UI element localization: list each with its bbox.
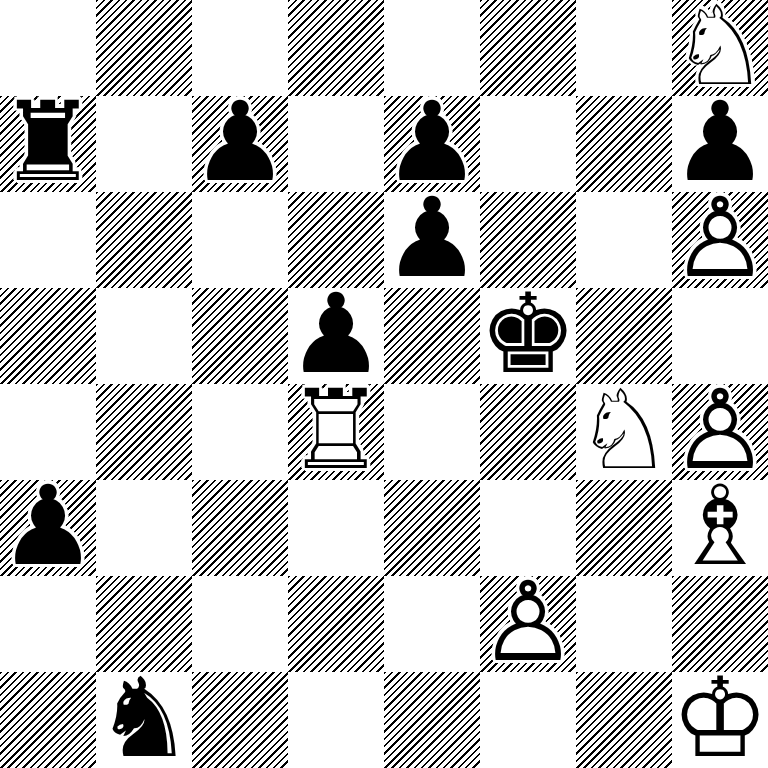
square-f5[interactable]: ♚♚: [480, 288, 576, 384]
piece-black-rook[interactable]: ♜♜: [0, 96, 96, 192]
piece-black-pawn[interactable]: ♟♟: [0, 480, 96, 576]
square-c3[interactable]: [192, 480, 288, 576]
square-d3[interactable]: [288, 480, 384, 576]
square-e4[interactable]: [384, 384, 480, 480]
square-c5[interactable]: [192, 288, 288, 384]
square-b1[interactable]: ♞♞: [96, 672, 192, 768]
square-e3[interactable]: [384, 480, 480, 576]
piece-black-king[interactable]: ♚♚: [480, 288, 576, 384]
square-h1[interactable]: ♚♔: [672, 672, 768, 768]
black-king-icon: ♚: [479, 279, 578, 389]
square-c7[interactable]: ♟♟: [192, 96, 288, 192]
square-g8[interactable]: [576, 0, 672, 96]
square-d8[interactable]: [288, 0, 384, 96]
black-rook-icon: ♜: [0, 87, 97, 197]
piece-white-pawn[interactable]: ♟♙: [672, 192, 768, 288]
square-a1[interactable]: [0, 672, 96, 768]
square-e1[interactable]: [384, 672, 480, 768]
piece-white-pawn[interactable]: ♟♙: [480, 576, 576, 672]
square-d1[interactable]: [288, 672, 384, 768]
square-e6[interactable]: ♟♟: [384, 192, 480, 288]
square-f1[interactable]: [480, 672, 576, 768]
square-b3[interactable]: [96, 480, 192, 576]
square-c2[interactable]: [192, 576, 288, 672]
white-bishop-icon: ♗: [671, 471, 768, 581]
piece-black-knight[interactable]: ♞♞: [96, 672, 192, 768]
square-c1[interactable]: [192, 672, 288, 768]
square-b6[interactable]: [96, 192, 192, 288]
piece-white-king[interactable]: ♚♔: [672, 672, 768, 768]
square-a3[interactable]: ♟♟: [0, 480, 96, 576]
square-e5[interactable]: [384, 288, 480, 384]
piece-white-bishop[interactable]: ♝♗: [672, 480, 768, 576]
square-d7[interactable]: [288, 96, 384, 192]
square-f7[interactable]: [480, 96, 576, 192]
square-d2[interactable]: [288, 576, 384, 672]
white-rook-icon: ♖: [287, 375, 386, 485]
black-pawn-icon: ♟: [383, 183, 482, 293]
piece-white-rook[interactable]: ♜♖: [288, 384, 384, 480]
square-b8[interactable]: [96, 0, 192, 96]
white-pawn-icon: ♙: [671, 183, 768, 293]
square-a7[interactable]: ♜♜: [0, 96, 96, 192]
white-pawn-icon: ♙: [479, 567, 578, 677]
square-f8[interactable]: [480, 0, 576, 96]
square-g6[interactable]: [576, 192, 672, 288]
square-b7[interactable]: [96, 96, 192, 192]
square-g1[interactable]: [576, 672, 672, 768]
square-a6[interactable]: [0, 192, 96, 288]
square-f2[interactable]: ♟♙: [480, 576, 576, 672]
square-h3[interactable]: ♝♗: [672, 480, 768, 576]
chess-board: ♞♘♜♜♟♟♟♟♟♟♟♟♟♙♟♟♚♚♜♖♞♘♟♙♟♟♝♗♟♙♞♞♚♔: [0, 0, 768, 768]
square-b4[interactable]: [96, 384, 192, 480]
square-f4[interactable]: [480, 384, 576, 480]
square-c4[interactable]: [192, 384, 288, 480]
square-a2[interactable]: [0, 576, 96, 672]
square-c6[interactable]: [192, 192, 288, 288]
square-e2[interactable]: [384, 576, 480, 672]
square-d4[interactable]: ♜♖: [288, 384, 384, 480]
square-g2[interactable]: [576, 576, 672, 672]
square-h6[interactable]: ♟♙: [672, 192, 768, 288]
black-pawn-icon: ♟: [191, 87, 290, 197]
piece-white-knight[interactable]: ♞♘: [576, 384, 672, 480]
square-g4[interactable]: ♞♘: [576, 384, 672, 480]
white-king-icon: ♔: [671, 663, 768, 768]
square-g3[interactable]: [576, 480, 672, 576]
black-knight-icon: ♞: [95, 663, 194, 768]
square-g7[interactable]: [576, 96, 672, 192]
square-a5[interactable]: [0, 288, 96, 384]
piece-black-pawn[interactable]: ♟♟: [192, 96, 288, 192]
black-pawn-icon: ♟: [0, 471, 97, 581]
white-knight-icon: ♘: [575, 375, 674, 485]
square-b5[interactable]: [96, 288, 192, 384]
piece-black-pawn[interactable]: ♟♟: [384, 192, 480, 288]
